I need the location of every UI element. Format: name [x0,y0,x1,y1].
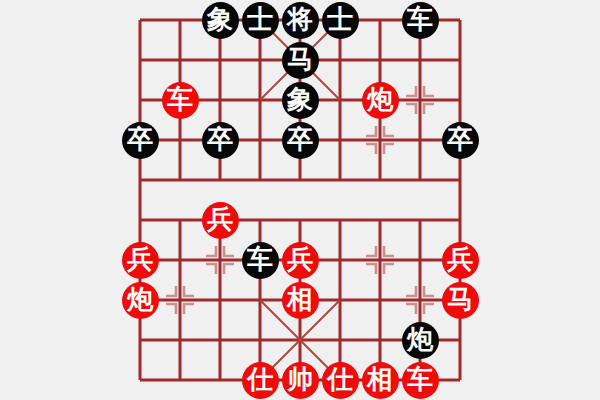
piece-red-cannon[interactable]: 炮 [362,82,399,119]
piece-red-soldier[interactable]: 兵 [202,202,239,239]
piece-black-advisor[interactable]: 士 [322,2,359,39]
piece-black-soldier[interactable]: 卒 [442,122,479,159]
piece-black-soldier[interactable]: 卒 [122,122,159,159]
piece-red-soldier[interactable]: 兵 [282,242,319,279]
pieces-grid: 象士将士车马车象炮卒卒卒卒兵兵车兵兵炮相马炮仕帅仕相车 [120,0,480,400]
piece-red-elephant[interactable]: 相 [282,282,319,319]
piece-red-chariot[interactable]: 车 [162,82,199,119]
piece-red-soldier[interactable]: 兵 [122,242,159,279]
piece-red-cannon[interactable]: 炮 [122,282,159,319]
piece-black-cannon[interactable]: 炮 [402,322,439,359]
piece-red-advisor[interactable]: 仕 [322,362,359,399]
piece-red-elephant[interactable]: 相 [362,362,399,399]
piece-red-advisor[interactable]: 仕 [242,362,279,399]
piece-black-soldier[interactable]: 卒 [202,122,239,159]
piece-black-advisor[interactable]: 士 [242,2,279,39]
piece-black-elephant[interactable]: 象 [282,82,319,119]
piece-red-chariot[interactable]: 车 [402,362,439,399]
piece-red-soldier[interactable]: 兵 [442,242,479,279]
piece-black-elephant[interactable]: 象 [202,2,239,39]
piece-black-soldier[interactable]: 卒 [282,122,319,159]
piece-red-horse[interactable]: 马 [442,282,479,319]
piece-black-general[interactable]: 将 [282,2,319,39]
piece-black-chariot[interactable]: 车 [242,242,279,279]
piece-red-king[interactable]: 帅 [282,362,319,399]
xiangqi-board: 象士将士车马车象炮卒卒卒卒兵兵车兵兵炮相马炮仕帅仕相车 [0,0,600,400]
piece-black-chariot[interactable]: 车 [402,2,439,39]
piece-black-horse[interactable]: 马 [282,42,319,79]
